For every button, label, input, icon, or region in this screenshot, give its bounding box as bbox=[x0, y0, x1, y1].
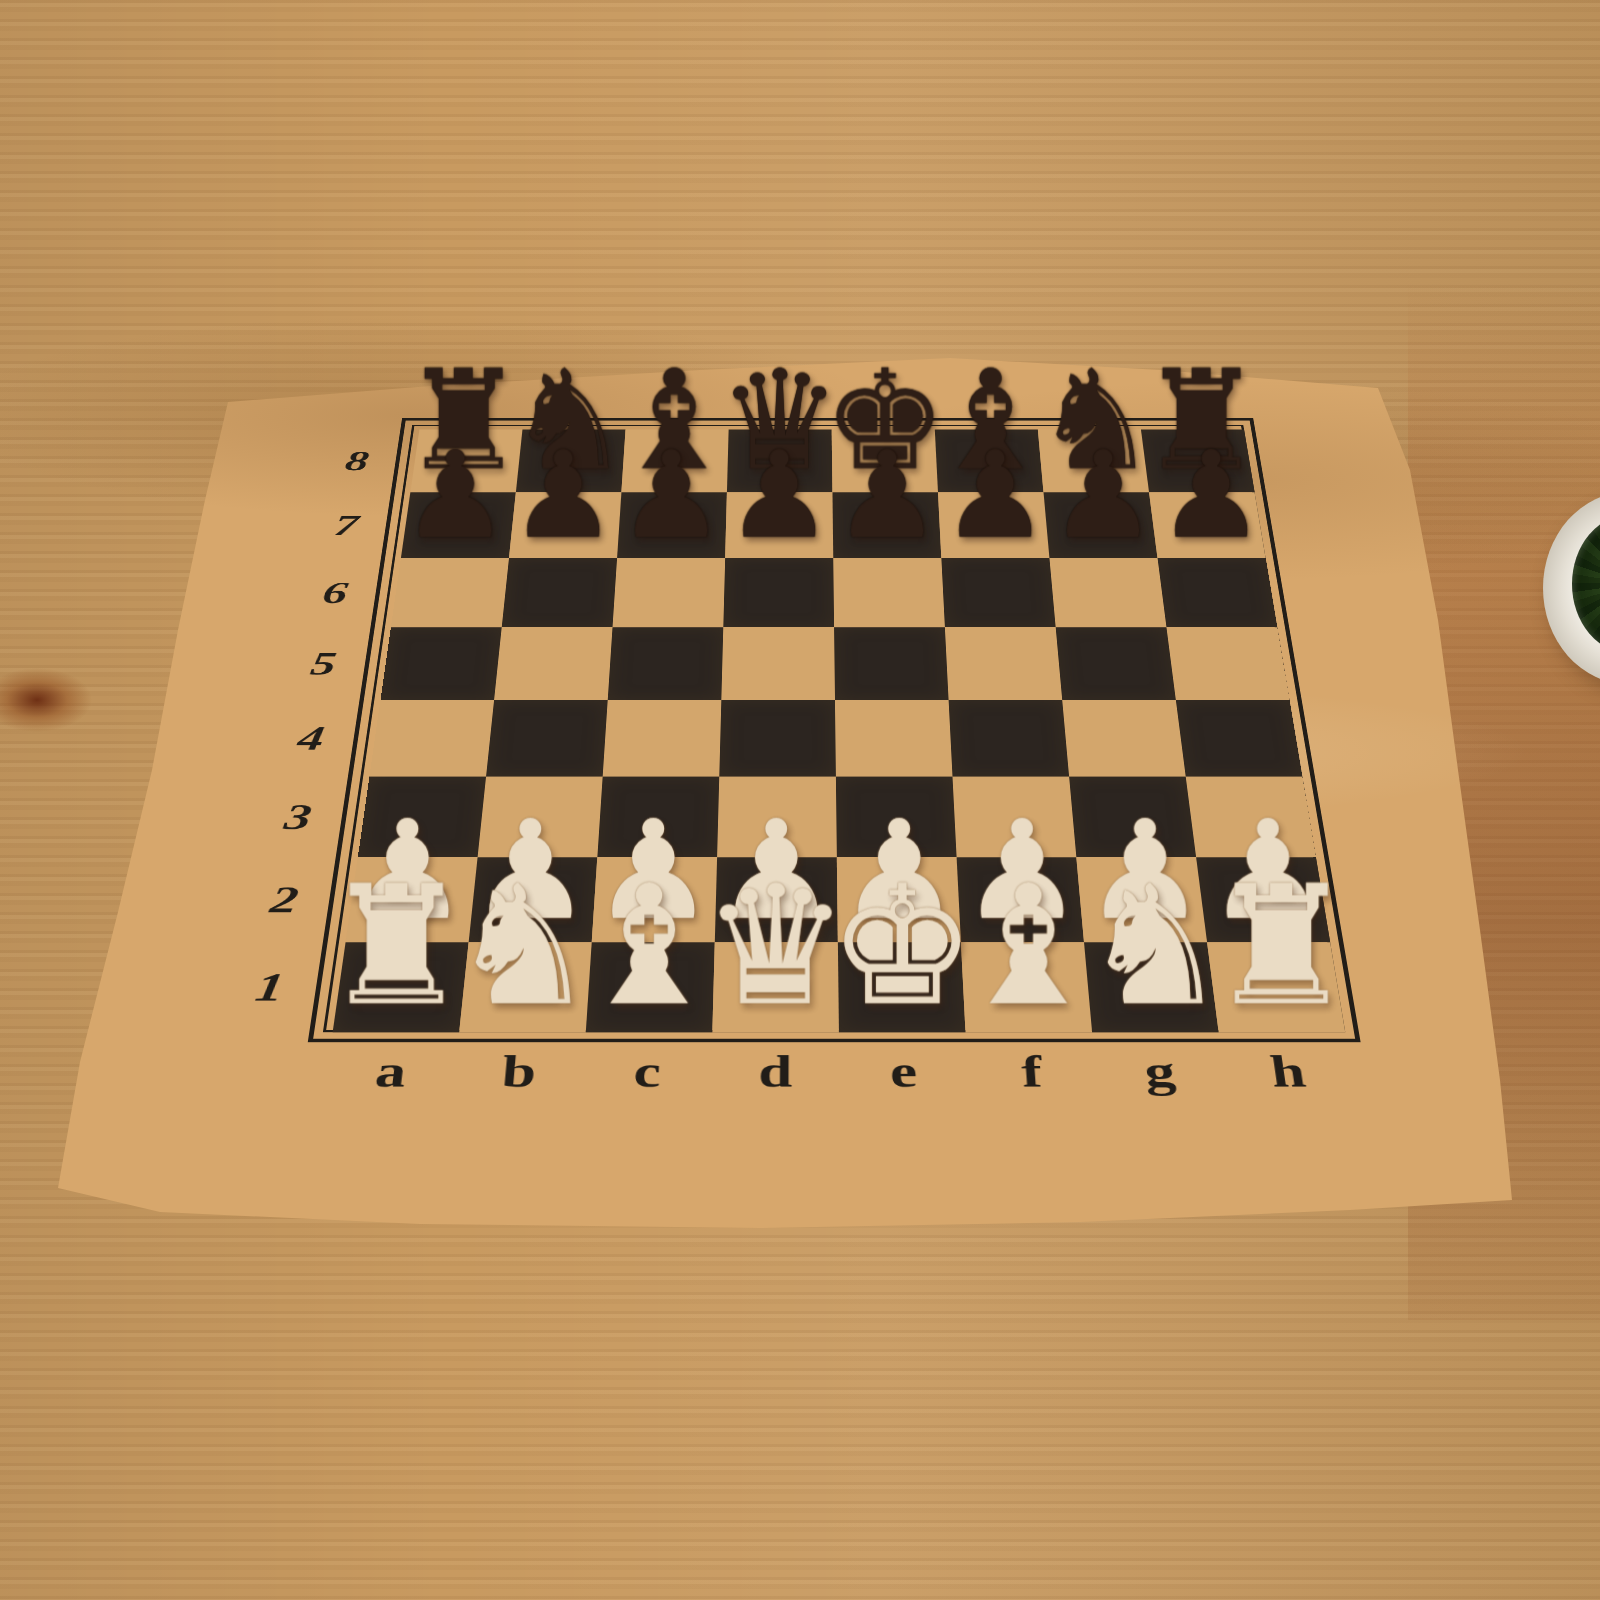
rank-label-1: 1 bbox=[216, 942, 323, 1032]
squares-grid: ♜♞♝♛♚♝♞♜♟♟♟♟♟♟♟♟♟♟♟♟♟♟♟♟♜♞♝♛♚♝♞♜ bbox=[333, 429, 1346, 1032]
square-f4[interactable] bbox=[949, 700, 1070, 777]
file-label-b: b bbox=[452, 1044, 585, 1099]
white-rook-h1[interactable]: ♜ bbox=[1207, 863, 1355, 1028]
square-e6[interactable] bbox=[833, 558, 945, 627]
rank-label-4: 4 bbox=[262, 700, 360, 777]
square-c6[interactable] bbox=[613, 558, 726, 627]
file-label-f: f bbox=[966, 1044, 1098, 1099]
square-b4[interactable] bbox=[486, 700, 608, 777]
file-label-c: c bbox=[581, 1044, 712, 1099]
black-pawn-b7[interactable]: ♟ bbox=[509, 435, 617, 555]
black-pawn-f7[interactable]: ♟ bbox=[941, 435, 1049, 555]
square-a7[interactable]: ♟ bbox=[401, 492, 516, 558]
square-f7[interactable]: ♟ bbox=[938, 492, 1049, 558]
square-e1[interactable]: ♚ bbox=[838, 942, 966, 1032]
file-label-h: h bbox=[1220, 1044, 1356, 1099]
rank-label-7: 7 bbox=[301, 492, 391, 558]
square-a6[interactable] bbox=[391, 558, 509, 627]
square-g1[interactable]: ♞ bbox=[1084, 942, 1219, 1032]
square-h7[interactable]: ♟ bbox=[1149, 492, 1266, 558]
square-d7[interactable]: ♟ bbox=[725, 492, 833, 558]
square-c7[interactable]: ♟ bbox=[617, 492, 727, 558]
black-pawn-d7[interactable]: ♟ bbox=[725, 435, 833, 555]
file-label-g: g bbox=[1093, 1044, 1227, 1099]
square-f6[interactable] bbox=[941, 558, 1055, 627]
square-e4[interactable] bbox=[835, 700, 953, 777]
rank-label-3: 3 bbox=[247, 777, 348, 858]
file-label-a: a bbox=[323, 1044, 458, 1099]
square-b6[interactable] bbox=[502, 558, 617, 627]
square-h6[interactable] bbox=[1158, 558, 1278, 627]
black-pawn-g7[interactable]: ♟ bbox=[1049, 435, 1157, 555]
rank-label-2: 2 bbox=[232, 857, 336, 942]
black-pawn-c7[interactable]: ♟ bbox=[617, 435, 725, 555]
square-h1[interactable]: ♜ bbox=[1207, 942, 1345, 1032]
file-label-d: d bbox=[711, 1044, 840, 1099]
black-pawn-h7[interactable]: ♟ bbox=[1157, 435, 1265, 555]
black-pawn-e7[interactable]: ♟ bbox=[833, 435, 941, 555]
square-c1[interactable]: ♝ bbox=[586, 942, 715, 1032]
square-d6[interactable] bbox=[723, 558, 834, 627]
rank-label-8: 8 bbox=[313, 429, 400, 492]
square-c4[interactable] bbox=[603, 700, 722, 777]
rank-label-6: 6 bbox=[289, 558, 381, 627]
board-scene: ♜♞♝♛♚♝♞♜♟♟♟♟♟♟♟♟♟♟♟♟♟♟♟♟♜♞♝♛♚♝♞♜ 8765432… bbox=[200, 0, 1400, 1120]
rank-label-5: 5 bbox=[276, 627, 371, 700]
square-g4[interactable] bbox=[1062, 700, 1185, 777]
black-pawn-a7[interactable]: ♟ bbox=[401, 435, 509, 555]
square-a4[interactable] bbox=[369, 700, 494, 777]
square-e7[interactable]: ♟ bbox=[832, 492, 941, 558]
square-h4[interactable] bbox=[1176, 700, 1302, 777]
file-labels: abcdefgh bbox=[323, 1044, 1356, 1099]
square-d1[interactable]: ♛ bbox=[712, 942, 839, 1032]
file-label-e: e bbox=[839, 1044, 969, 1099]
chess-board: ♜♞♝♛♚♝♞♜♟♟♟♟♟♟♟♟♟♟♟♟♟♟♟♟♜♞♝♛♚♝♞♜ 8765432… bbox=[200, 411, 1400, 1120]
square-g7[interactable]: ♟ bbox=[1044, 492, 1158, 558]
square-f1[interactable]: ♝ bbox=[961, 942, 1092, 1032]
square-b1[interactable]: ♞ bbox=[459, 942, 592, 1032]
square-d4[interactable] bbox=[719, 700, 836, 777]
square-b7[interactable]: ♟ bbox=[509, 492, 621, 558]
square-g6[interactable] bbox=[1049, 558, 1166, 627]
